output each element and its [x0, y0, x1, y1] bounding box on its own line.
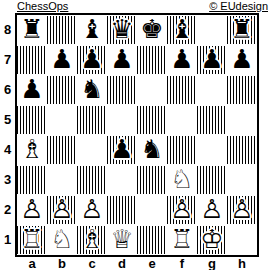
- square-c6[interactable]: ♞♞: [77, 75, 107, 105]
- black-king-icon: ♚♚: [137, 15, 167, 45]
- square-g8[interactable]: [197, 15, 227, 45]
- square-f1[interactable]: ♜♖: [167, 225, 197, 255]
- black-pawn-icon: ♟♟: [47, 45, 77, 75]
- white-knight-icon: ♞♘: [47, 225, 77, 255]
- rank-label-3: 3: [0, 165, 15, 195]
- square-a5[interactable]: [17, 105, 47, 135]
- black-pawn-icon: ♟♟: [197, 45, 227, 75]
- square-h2[interactable]: ♟♙: [227, 195, 257, 225]
- file-label-e: e: [137, 257, 167, 270]
- square-f7[interactable]: ♟♟: [167, 45, 197, 75]
- square-g2[interactable]: ♟♙: [197, 195, 227, 225]
- square-c4[interactable]: [77, 135, 107, 165]
- square-h5[interactable]: [227, 105, 257, 135]
- square-a6[interactable]: ♟♟: [17, 75, 47, 105]
- square-h6[interactable]: [227, 75, 257, 105]
- square-a3[interactable]: [17, 165, 47, 195]
- rank-label-1: 1: [0, 225, 15, 255]
- square-g4[interactable]: [197, 135, 227, 165]
- black-pawn-icon: ♟♟: [167, 45, 197, 75]
- square-g6[interactable]: [197, 75, 227, 105]
- black-bishop-icon: ♝♝: [77, 15, 107, 45]
- square-d2[interactable]: [107, 195, 137, 225]
- square-f6[interactable]: [167, 75, 197, 105]
- white-pawn-icon: ♟♙: [47, 195, 77, 225]
- square-e2[interactable]: [137, 195, 167, 225]
- square-e5[interactable]: [137, 105, 167, 135]
- file-label-c: c: [77, 257, 107, 270]
- black-knight-icon: ♞♞: [77, 75, 107, 105]
- black-pawn-icon: ♟♟: [227, 45, 257, 75]
- square-e1[interactable]: [137, 225, 167, 255]
- square-b8[interactable]: [47, 15, 77, 45]
- square-a4[interactable]: ♝♗: [17, 135, 47, 165]
- square-g7[interactable]: ♟♟: [197, 45, 227, 75]
- square-b5[interactable]: [47, 105, 77, 135]
- white-pawn-icon: ♟♙: [17, 195, 47, 225]
- square-h4[interactable]: [227, 135, 257, 165]
- square-d1[interactable]: ♛♕: [107, 225, 137, 255]
- black-pawn-icon: ♟♟: [17, 75, 47, 105]
- board-area: 87654321 ♜♜♝♝♛♛♚♚♝♝♜♜♟♟♟♟♟♟♟♟♟♟♟♟♟♟♞♞♝♗♟…: [0, 13, 270, 257]
- white-knight-icon: ♞♘: [167, 165, 197, 195]
- square-d6[interactable]: [107, 75, 137, 105]
- square-g5[interactable]: [197, 105, 227, 135]
- white-pawn-icon: ♟♙: [197, 195, 227, 225]
- square-e3[interactable]: [137, 165, 167, 195]
- square-c1[interactable]: ♝♗: [77, 225, 107, 255]
- square-e7[interactable]: [137, 45, 167, 75]
- file-label-d: d: [107, 257, 137, 270]
- square-e4[interactable]: ♞♞: [137, 135, 167, 165]
- square-d8[interactable]: ♛♛: [107, 15, 137, 45]
- file-label-g: g: [197, 257, 227, 270]
- rank-label-6: 6: [0, 75, 15, 105]
- square-d5[interactable]: [107, 105, 137, 135]
- white-bishop-icon: ♝♗: [17, 135, 47, 165]
- file-label-h: h: [227, 257, 257, 270]
- square-f3[interactable]: ♞♘: [167, 165, 197, 195]
- square-a8[interactable]: ♜♜: [17, 15, 47, 45]
- square-c8[interactable]: ♝♝: [77, 15, 107, 45]
- rank-label-4: 4: [0, 135, 15, 165]
- file-label-b: b: [47, 257, 77, 270]
- white-king-icon: ♚♔: [197, 225, 227, 255]
- rank-label-7: 7: [0, 45, 15, 75]
- square-c7[interactable]: ♟♟: [77, 45, 107, 75]
- square-h1[interactable]: [227, 225, 257, 255]
- square-b7[interactable]: ♟♟: [47, 45, 77, 75]
- title-bar: ChessOps © EUdesign: [0, 0, 270, 13]
- square-c2[interactable]: ♟♙: [77, 195, 107, 225]
- square-f5[interactable]: [167, 105, 197, 135]
- white-rook-icon: ♜♖: [167, 225, 197, 255]
- square-d3[interactable]: [107, 165, 137, 195]
- square-h8[interactable]: ♜♜: [227, 15, 257, 45]
- square-b1[interactable]: ♞♘: [47, 225, 77, 255]
- square-h3[interactable]: [227, 165, 257, 195]
- rank-labels: 87654321: [0, 13, 15, 257]
- rank-label-2: 2: [0, 195, 15, 225]
- black-pawn-icon: ♟♟: [107, 135, 137, 165]
- square-c3[interactable]: [77, 165, 107, 195]
- file-labels: abcdefgh: [17, 257, 270, 270]
- square-d7[interactable]: ♟♟: [107, 45, 137, 75]
- black-knight-icon: ♞♞: [137, 135, 167, 165]
- black-queen-icon: ♛♛: [107, 15, 137, 45]
- square-e6[interactable]: [137, 75, 167, 105]
- square-a1[interactable]: ♜♖: [17, 225, 47, 255]
- square-d4[interactable]: ♟♟: [107, 135, 137, 165]
- square-e8[interactable]: ♚♚: [137, 15, 167, 45]
- file-label-a: a: [17, 257, 47, 270]
- rank-label-8: 8: [0, 15, 15, 45]
- square-a7[interactable]: [17, 45, 47, 75]
- black-bishop-icon: ♝♝: [167, 15, 197, 45]
- square-f2[interactable]: ♟♙: [167, 195, 197, 225]
- black-rook-icon: ♜♜: [227, 15, 257, 45]
- white-rook-icon: ♜♖: [17, 225, 47, 255]
- square-b2[interactable]: ♟♙: [47, 195, 77, 225]
- white-pawn-icon: ♟♙: [227, 195, 257, 225]
- square-f4[interactable]: [167, 135, 197, 165]
- square-g3[interactable]: [197, 165, 227, 195]
- square-f8[interactable]: ♝♝: [167, 15, 197, 45]
- chess-board: ♜♜♝♝♛♛♚♚♝♝♜♜♟♟♟♟♟♟♟♟♟♟♟♟♟♟♞♞♝♗♟♟♞♞♞♘♟♙♟♙…: [15, 13, 259, 257]
- square-b4[interactable]: [47, 135, 77, 165]
- rank-label-5: 5: [0, 105, 15, 135]
- white-queen-icon: ♛♕: [107, 225, 137, 255]
- black-rook-icon: ♜♜: [17, 15, 47, 45]
- square-b6[interactable]: [47, 75, 77, 105]
- white-bishop-icon: ♝♗: [77, 225, 107, 255]
- file-label-f: f: [167, 257, 197, 270]
- square-h7[interactable]: ♟♟: [227, 45, 257, 75]
- square-b3[interactable]: [47, 165, 77, 195]
- white-pawn-icon: ♟♙: [77, 195, 107, 225]
- black-pawn-icon: ♟♟: [107, 45, 137, 75]
- credit-label: © EUdesign: [209, 0, 268, 12]
- white-pawn-icon: ♟♙: [167, 195, 197, 225]
- square-c5[interactable]: [77, 105, 107, 135]
- app-title: ChessOps: [17, 0, 68, 12]
- square-g1[interactable]: ♚♔: [197, 225, 227, 255]
- black-pawn-icon: ♟♟: [77, 45, 107, 75]
- square-a2[interactable]: ♟♙: [17, 195, 47, 225]
